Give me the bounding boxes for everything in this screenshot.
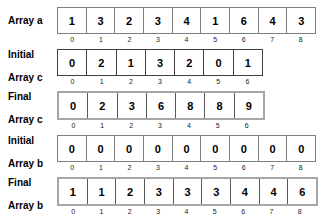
index-label: 6 xyxy=(232,121,261,130)
index-label: 2 xyxy=(115,35,144,44)
label-line: Initial xyxy=(8,135,57,146)
label-line: Final xyxy=(8,91,57,102)
index-label: 7 xyxy=(258,163,287,172)
array-block-array-a: Array a132341643012345678 xyxy=(8,7,320,44)
index-label: 1 xyxy=(87,207,115,214)
index-label: 4 xyxy=(174,121,203,130)
array-block-final-array-c: FinalArray c02368890123456 xyxy=(8,91,320,130)
cells-row: 000000000 xyxy=(57,135,316,162)
array-cell: 0 xyxy=(259,136,288,161)
array-cell: 8 xyxy=(176,93,205,118)
index-label: 5 xyxy=(201,35,230,44)
index-label: 0 xyxy=(58,163,87,172)
array-cell: 2 xyxy=(175,50,204,75)
array-cell: 3 xyxy=(174,179,203,204)
array-cell: 3 xyxy=(146,50,175,75)
array-cell: 0 xyxy=(204,50,233,75)
array-cell: 1 xyxy=(88,179,117,204)
index-label: 0 xyxy=(59,121,88,130)
index-row: 0123456 xyxy=(57,77,263,86)
array-cell: 1 xyxy=(58,8,87,33)
label-line: Array b xyxy=(8,158,57,169)
array-cell: 4 xyxy=(259,8,288,33)
array-label-array-a: Array a xyxy=(8,7,57,34)
index-label: 2 xyxy=(116,77,145,86)
label-line: Array a xyxy=(8,15,57,26)
array-label-final-array-b: FinalArray b xyxy=(8,177,57,211)
index-label: 3 xyxy=(144,163,173,172)
cells-row: 132341643 xyxy=(57,7,316,34)
array-cell: 1 xyxy=(201,8,230,33)
array-cell: 0 xyxy=(287,136,315,161)
array-cell: 0 xyxy=(115,136,144,161)
array-cell: 3 xyxy=(287,8,315,33)
cells-row: 0213201 xyxy=(57,49,263,76)
array-label-initial-array-c: InitialArray c xyxy=(8,49,57,83)
index-label: 6 xyxy=(229,207,257,214)
array-cell: 0 xyxy=(58,50,87,75)
array-cell: 0 xyxy=(59,93,88,118)
index-label: 5 xyxy=(201,163,230,172)
array-cell: 0 xyxy=(173,136,202,161)
cells-row: 112333446 xyxy=(57,177,318,206)
array-block-final-array-b: FinalArray b112333446012345678 xyxy=(8,177,320,214)
array-cell: 3 xyxy=(118,93,147,118)
array-cell: 0 xyxy=(58,136,87,161)
index-label: 6 xyxy=(233,77,262,86)
index-label: 6 xyxy=(229,35,258,44)
index-row: 012345678 xyxy=(57,35,316,44)
array-cell: 4 xyxy=(260,179,289,204)
index-label: 1 xyxy=(87,77,116,86)
label-line: Array b xyxy=(8,200,57,211)
index-label: 8 xyxy=(287,35,316,44)
array-label-final-array-c: FinalArray c xyxy=(8,91,57,125)
array-cell: 4 xyxy=(173,8,202,33)
array-cell: 3 xyxy=(202,179,231,204)
index-label: 4 xyxy=(172,207,200,214)
array-array-a: 132341643012345678 xyxy=(57,7,316,44)
index-label: 1 xyxy=(88,121,117,130)
array-cell: 1 xyxy=(234,50,262,75)
array-cell: 2 xyxy=(88,93,117,118)
array-block-initial-array-c: InitialArray c02132010123456 xyxy=(8,49,320,86)
index-label: 2 xyxy=(115,163,144,172)
index-label: 3 xyxy=(145,77,174,86)
array-final-array-c: 02368890123456 xyxy=(57,91,265,130)
array-block-initial-array-b: InitialArray b000000000012345678 xyxy=(8,135,320,172)
cells-row: 0236889 xyxy=(57,91,265,120)
array-cell: 3 xyxy=(87,8,116,33)
array-cell: 0 xyxy=(144,136,173,161)
label-line: Initial xyxy=(8,49,57,60)
array-initial-array-c: 02132010123456 xyxy=(57,49,263,86)
index-row: 0123456 xyxy=(57,121,263,130)
index-label: 4 xyxy=(172,163,201,172)
index-label: 0 xyxy=(58,35,87,44)
label-line: Array c xyxy=(8,72,57,83)
counting-sort-diagram: Array a132341643012345678InitialArray c0… xyxy=(0,0,320,214)
index-label: 7 xyxy=(258,35,287,44)
index-label: 0 xyxy=(59,207,87,214)
array-cell: 2 xyxy=(116,179,145,204)
array-cell: 8 xyxy=(205,93,234,118)
array-cell: 2 xyxy=(115,8,144,33)
array-cell: 0 xyxy=(87,136,116,161)
array-cell: 2 xyxy=(87,50,116,75)
array-cell: 6 xyxy=(230,8,259,33)
index-label: 3 xyxy=(146,121,175,130)
index-label: 1 xyxy=(87,35,116,44)
array-label-initial-array-b: InitialArray b xyxy=(8,135,57,169)
index-label: 4 xyxy=(172,35,201,44)
array-cell: 0 xyxy=(201,136,230,161)
index-label: 5 xyxy=(203,121,232,130)
index-label: 4 xyxy=(175,77,204,86)
label-line: Array c xyxy=(8,114,57,125)
index-label: 3 xyxy=(144,207,172,214)
index-label: 3 xyxy=(144,35,173,44)
array-cell: 6 xyxy=(147,93,176,118)
array-final-array-b: 112333446012345678 xyxy=(57,177,318,214)
index-label: 8 xyxy=(286,207,314,214)
index-label: 7 xyxy=(257,207,285,214)
index-label: 0 xyxy=(58,77,87,86)
array-cell: 6 xyxy=(288,179,316,204)
array-cell: 0 xyxy=(230,136,259,161)
array-cell: 1 xyxy=(59,179,88,204)
index-label: 6 xyxy=(229,163,258,172)
array-cell: 4 xyxy=(231,179,260,204)
index-label: 5 xyxy=(201,207,229,214)
index-label: 5 xyxy=(204,77,233,86)
index-label: 2 xyxy=(117,121,146,130)
array-cell: 9 xyxy=(235,93,263,118)
array-cell: 3 xyxy=(144,8,173,33)
array-cell: 3 xyxy=(145,179,174,204)
index-row: 012345678 xyxy=(57,207,316,214)
index-label: 1 xyxy=(87,163,116,172)
index-row: 012345678 xyxy=(57,163,316,172)
index-label: 8 xyxy=(287,163,316,172)
index-label: 2 xyxy=(116,207,144,214)
label-line: Final xyxy=(8,177,57,188)
array-initial-array-b: 000000000012345678 xyxy=(57,135,316,172)
array-cell: 1 xyxy=(117,50,146,75)
